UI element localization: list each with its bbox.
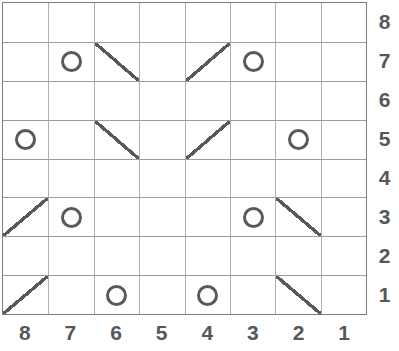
cell-row1-st7: [48, 275, 93, 314]
cell-row6-st3: [230, 81, 275, 120]
cell-row5-st1: [321, 120, 366, 159]
k2tog-decrease-icon: [186, 121, 230, 159]
cell-row7-st6: [94, 42, 139, 81]
stitch-number-labels: 87654321: [2, 315, 367, 351]
cell-row6-st7: [48, 81, 93, 120]
cell-row1-st2: [275, 275, 320, 314]
cell-row2-st7: [48, 236, 93, 275]
cell-row3-st6: [94, 197, 139, 236]
cell-row7-st2: [275, 42, 320, 81]
ssk-decrease-icon: [95, 43, 139, 81]
cell-row1-st3: [230, 275, 275, 314]
row-label-6: 6: [370, 80, 399, 119]
stitch-label-7: 7: [48, 315, 94, 351]
k2tog-decrease-icon: [3, 198, 48, 236]
k2tog-decrease-icon: [186, 43, 230, 81]
cell-row4-st2: [275, 159, 320, 198]
cell-row5-st8: [3, 120, 48, 159]
cell-row7-st8: [3, 42, 48, 81]
stitch-label-3: 3: [230, 315, 276, 351]
cell-row6-st1: [321, 81, 366, 120]
stitch-label-6: 6: [93, 315, 139, 351]
cell-row1-st5: [139, 275, 184, 314]
cell-row2-st5: [139, 236, 184, 275]
cell-row6-st8: [3, 81, 48, 120]
cell-row2-st3: [230, 236, 275, 275]
cell-row4-st1: [321, 159, 366, 198]
stitch-label-4: 4: [185, 315, 231, 351]
cell-row3-st4: [185, 197, 230, 236]
cell-row8-st3: [230, 3, 275, 42]
cell-row3-st8: [3, 197, 48, 236]
cell-row1-st6: [94, 275, 139, 314]
cell-row2-st4: [185, 236, 230, 275]
yarn-over-icon: [61, 51, 82, 72]
cell-row8-st2: [275, 3, 320, 42]
cell-row7-st1: [321, 42, 366, 81]
yarn-over-icon: [15, 129, 36, 150]
cell-row8-st6: [94, 3, 139, 42]
cell-row7-st3: [230, 42, 275, 81]
cell-row1-st4: [185, 275, 230, 314]
row-label-2: 2: [370, 237, 399, 276]
cell-row8-st5: [139, 3, 184, 42]
cell-row4-st5: [139, 159, 184, 198]
yarn-over-icon: [243, 207, 264, 228]
yarn-over-icon: [106, 285, 127, 306]
cell-row6-st6: [94, 81, 139, 120]
yarn-over-icon: [61, 207, 82, 228]
cell-row3-st1: [321, 197, 366, 236]
cell-row6-st2: [275, 81, 320, 120]
cell-row5-st4: [185, 120, 230, 159]
cell-row1-st1: [321, 275, 366, 314]
cell-row7-st7: [48, 42, 93, 81]
ssk-decrease-icon: [276, 276, 320, 314]
stitch-label-8: 8: [2, 315, 48, 351]
k2tog-decrease-icon: [3, 276, 48, 314]
chart-grid: [2, 2, 367, 315]
row-label-1: 1: [370, 276, 399, 315]
cell-row5-st6: [94, 120, 139, 159]
cell-row2-st8: [3, 236, 48, 275]
cell-row2-st6: [94, 236, 139, 275]
cell-row5-st3: [230, 120, 275, 159]
row-label-4: 4: [370, 159, 399, 198]
cell-row2-st1: [321, 236, 366, 275]
yarn-over-icon: [288, 129, 309, 150]
row-label-5: 5: [370, 119, 399, 158]
cell-row5-st5: [139, 120, 184, 159]
stitch-label-1: 1: [321, 315, 367, 351]
cell-row4-st7: [48, 159, 93, 198]
cell-row3-st5: [139, 197, 184, 236]
cell-row3-st7: [48, 197, 93, 236]
cell-row7-st4: [185, 42, 230, 81]
cell-row3-st3: [230, 197, 275, 236]
ssk-decrease-icon: [95, 121, 139, 159]
cell-row5-st2: [275, 120, 320, 159]
row-number-labels: 87654321: [370, 2, 399, 315]
cell-row4-st6: [94, 159, 139, 198]
cell-row4-st3: [230, 159, 275, 198]
cell-row8-st7: [48, 3, 93, 42]
row-label-8: 8: [370, 2, 399, 41]
stitch-label-5: 5: [139, 315, 185, 351]
cell-row6-st4: [185, 81, 230, 120]
yarn-over-icon: [243, 51, 264, 72]
cell-row4-st4: [185, 159, 230, 198]
cell-row2-st2: [275, 236, 320, 275]
yarn-over-icon: [197, 285, 218, 306]
cell-row1-st8: [3, 275, 48, 314]
cell-row8-st4: [185, 3, 230, 42]
stitch-label-2: 2: [276, 315, 322, 351]
cell-row8-st8: [3, 3, 48, 42]
cell-row7-st5: [139, 42, 184, 81]
cell-row4-st8: [3, 159, 48, 198]
row-label-7: 7: [370, 41, 399, 80]
cell-row3-st2: [275, 197, 320, 236]
row-label-3: 3: [370, 198, 399, 237]
cell-row5-st7: [48, 120, 93, 159]
cell-row8-st1: [321, 3, 366, 42]
ssk-decrease-icon: [276, 198, 320, 236]
cell-row6-st5: [139, 81, 184, 120]
knitting-chart: 87654321 87654321: [0, 0, 399, 351]
